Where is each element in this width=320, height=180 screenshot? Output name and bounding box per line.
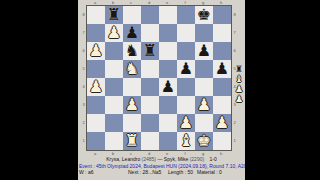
black-rook-piece: ♜	[143, 42, 157, 60]
square-g7[interactable]	[195, 24, 213, 42]
square-f4[interactable]	[177, 78, 195, 96]
square-c3[interactable]: ♟	[123, 96, 141, 114]
square-e7[interactable]	[159, 24, 177, 42]
square-c6[interactable]: ♞	[123, 42, 141, 60]
square-d7[interactable]	[141, 24, 159, 42]
game-length-label: Length : 50	[168, 169, 193, 175]
square-b4[interactable]	[105, 78, 123, 96]
white-player-rating: (2485)	[142, 156, 156, 162]
left-pillarbox	[0, 0, 78, 180]
board-block: abcdefgh 87654321 ♜♚♟♟♟♞♜♟♞♟♟♟♟♟♟♟♟♜♝♚ 8…	[81, 0, 237, 156]
black-pawn-piece: ♟	[179, 60, 193, 78]
square-h4[interactable]	[213, 78, 231, 96]
black-pawn-piece: ♟	[197, 42, 211, 60]
square-a6[interactable]: ♟	[87, 42, 105, 60]
black-king-piece: ♚	[197, 6, 211, 24]
square-e6[interactable]	[159, 42, 177, 60]
square-g1[interactable]: ♚	[195, 132, 213, 150]
square-f5[interactable]: ♟	[177, 60, 195, 78]
square-b6[interactable]	[105, 42, 123, 60]
square-d5[interactable]	[141, 60, 159, 78]
white-pawn-piece: ♟	[89, 42, 103, 60]
black-player-rating: (2290)	[190, 156, 204, 162]
white-pawn-material-icon: ♟	[235, 84, 243, 94]
square-e2[interactable]	[159, 114, 177, 132]
square-c8[interactable]	[123, 6, 141, 24]
square-f2[interactable]: ♟	[177, 114, 195, 132]
square-f6[interactable]	[177, 42, 195, 60]
black-rook-material-icon: ♜	[235, 64, 243, 74]
black-knight-piece: ♞	[125, 42, 139, 60]
right-pillarbox	[245, 0, 320, 180]
video-frame: abcdefgh 87654321 ♜♚♟♟♟♞♜♟♞♟♟♟♟♟♟♟♟♜♝♚ 8…	[0, 0, 320, 180]
game-info-footer: Krysa, Leandro (2485) — Spyk, Mike (2290…	[78, 156, 245, 180]
square-g3[interactable]: ♟	[195, 96, 213, 114]
rank-label-2: 2	[232, 113, 237, 131]
square-g5[interactable]	[195, 60, 213, 78]
square-e4[interactable]: ♟	[159, 78, 177, 96]
square-c5[interactable]: ♞	[123, 60, 141, 78]
vs-separator: —	[157, 156, 162, 162]
square-g8[interactable]: ♚	[195, 6, 213, 24]
square-d4[interactable]	[141, 78, 159, 96]
square-f1[interactable]: ♝	[177, 132, 195, 150]
square-d1[interactable]	[141, 132, 159, 150]
square-a2[interactable]	[87, 114, 105, 132]
square-c4[interactable]	[123, 78, 141, 96]
next-move-label: Next : 28...Na5	[128, 169, 161, 175]
black-pawn-piece: ♟	[125, 24, 139, 42]
square-a8[interactable]	[87, 6, 105, 24]
square-d6[interactable]: ♜	[141, 42, 159, 60]
square-e3[interactable]	[159, 96, 177, 114]
white-pawn-piece: ♟	[197, 96, 211, 114]
square-a7[interactable]	[87, 24, 105, 42]
square-h1[interactable]	[213, 132, 231, 150]
material-label: Material : 0	[197, 169, 222, 175]
square-d8[interactable]	[141, 6, 159, 24]
square-b7[interactable]: ♟	[105, 24, 123, 42]
square-a4[interactable]: ♟	[87, 78, 105, 96]
black-player-name: Spyk, Mike	[164, 156, 188, 162]
white-pawn-piece: ♟	[125, 96, 139, 114]
rank-label-6: 6	[232, 41, 237, 59]
black-pawn-piece: ♟	[215, 60, 229, 78]
square-a5[interactable]	[87, 60, 105, 78]
last-move-label: W : a6	[79, 169, 93, 175]
material-balance-tray: ♜♝♟♟	[234, 64, 244, 104]
square-c1[interactable]: ♜	[123, 132, 141, 150]
square-h8[interactable]	[213, 6, 231, 24]
square-h2[interactable]: ♟	[213, 114, 231, 132]
white-pawn-piece: ♟	[107, 24, 121, 42]
square-h7[interactable]	[213, 24, 231, 42]
square-e8[interactable]	[159, 6, 177, 24]
square-b1[interactable]	[105, 132, 123, 150]
black-pawn-piece: ♟	[161, 78, 175, 96]
white-knight-piece: ♞	[125, 60, 139, 78]
square-a3[interactable]	[87, 96, 105, 114]
square-g4[interactable]	[195, 78, 213, 96]
white-pawn-piece: ♟	[89, 78, 103, 96]
square-c2[interactable]	[123, 114, 141, 132]
white-pawn-material-icon: ♟	[235, 94, 243, 104]
square-e1[interactable]	[159, 132, 177, 150]
rank-label-7: 7	[232, 23, 237, 41]
rank-label-8: 8	[232, 5, 237, 23]
black-rook-piece: ♜	[107, 6, 121, 24]
square-f7[interactable]	[177, 24, 195, 42]
square-g6[interactable]: ♟	[195, 42, 213, 60]
white-rook-piece: ♜	[125, 132, 139, 150]
square-b8[interactable]: ♜	[105, 6, 123, 24]
chess-app-window: abcdefgh 87654321 ♜♚♟♟♟♞♜♟♞♟♟♟♟♟♟♟♟♜♝♚ 8…	[78, 0, 245, 180]
square-f3[interactable]	[177, 96, 195, 114]
square-h5[interactable]: ♟	[213, 60, 231, 78]
square-h3[interactable]	[213, 96, 231, 114]
square-b2[interactable]	[105, 114, 123, 132]
square-g2[interactable]	[195, 114, 213, 132]
square-a1[interactable]	[87, 132, 105, 150]
square-b3[interactable]	[105, 96, 123, 114]
white-pawn-piece: ♟	[179, 114, 193, 132]
white-bishop-material-icon: ♝	[235, 74, 243, 84]
square-d2[interactable]	[141, 114, 159, 132]
square-f8[interactable]	[177, 6, 195, 24]
square-b5[interactable]	[105, 60, 123, 78]
square-d3[interactable]	[141, 96, 159, 114]
game-result: 1-0	[210, 156, 217, 162]
white-king-piece: ♚	[197, 132, 211, 150]
square-e5[interactable]	[159, 60, 177, 78]
rank-label-1: 1	[232, 131, 237, 149]
white-player-name: Krysa, Leandro	[106, 156, 140, 162]
players-line: Krysa, Leandro (2485) — Spyk, Mike (2290…	[78, 156, 245, 162]
board: ♜♚♟♟♟♞♜♟♞♟♟♟♟♟♟♟♟♜♝♚	[86, 5, 232, 151]
white-bishop-piece: ♝	[179, 132, 193, 150]
square-h6[interactable]	[213, 42, 231, 60]
white-pawn-piece: ♟	[215, 114, 229, 132]
square-c7[interactable]: ♟	[123, 24, 141, 42]
